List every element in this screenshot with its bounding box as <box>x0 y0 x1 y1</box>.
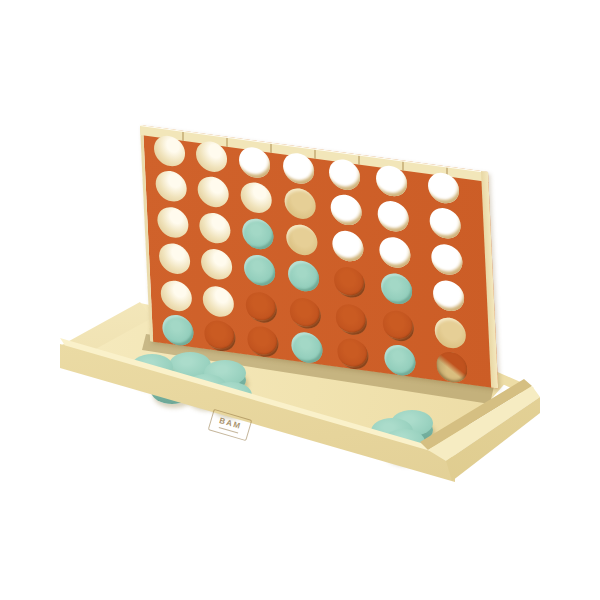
product-scene: BAM <box>0 0 600 600</box>
loose-discs-layer <box>0 0 600 600</box>
